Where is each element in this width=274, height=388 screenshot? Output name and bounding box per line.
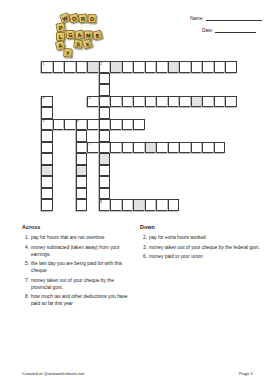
down-clue: 3.money taken out of your cheque by the … [140,245,266,252]
crossword-cell[interactable] [41,188,53,200]
clue-list-number: 7. [22,278,29,292]
crossword-cell[interactable] [191,142,203,154]
crossword-space-cell [87,61,99,73]
clue-number: 5 [43,119,45,124]
crossword-cell[interactable] [110,199,122,211]
crossword-cell[interactable] [145,61,157,73]
clue-text: how much tax and other deductions you ha… [31,294,134,308]
scrabble-tile: X [82,38,93,49]
name-label: Name: [190,16,204,21]
clue-number: 6 [77,119,79,124]
down-clues-section: Down 2.pay for extra hours worked3.money… [140,224,266,264]
crossword-cell[interactable] [191,61,203,73]
crossword-cell[interactable]: 2 [99,61,111,73]
clue-list-number: 3. [140,245,147,252]
crossword-cell[interactable] [99,107,111,119]
clue-list-number: 2. [140,235,147,242]
clue-number: 2 [100,62,102,67]
crossword-cell[interactable] [76,142,88,154]
crossword-cell[interactable] [99,142,111,154]
crossword-cell[interactable] [41,176,53,188]
across-clue-list: 1.pay for hours that are not overtime4.m… [22,235,134,308]
crossword-cell[interactable]: 6 [76,119,88,131]
footer-page-number: Page 1 [239,371,253,376]
crossword-cell[interactable] [179,61,191,73]
crossword-cell[interactable] [133,142,145,154]
crossword-cell[interactable] [76,199,88,211]
crossword-cell[interactable] [145,96,157,108]
crossword-cell[interactable] [76,188,88,200]
clue-list-number: 5. [22,261,29,275]
crossword-cell[interactable] [99,188,111,200]
crossword-cell[interactable] [41,199,53,211]
name-blank-line[interactable] [206,14,262,21]
date-label: Date: [202,28,213,33]
down-clue-list: 2.pay for extra hours worked3.money take… [140,235,266,261]
crossword-cell[interactable]: 1 [41,61,53,73]
crossword-cell[interactable] [202,61,214,73]
crossword-cell[interactable] [41,153,53,165]
crossword-cell[interactable] [76,153,88,165]
crossword-cell[interactable]: 5 [41,119,53,131]
clue-text: money taken out of your cheque by the pr… [31,278,134,292]
crossword-cell[interactable] [99,119,111,131]
crossword-cell[interactable] [225,61,237,73]
crossword-cell[interactable] [76,130,88,142]
crossword-cell[interactable] [99,176,111,188]
crossword-cell[interactable] [64,61,76,73]
clue-text: pay for extra hours worked [149,235,266,242]
date-blank-line[interactable] [215,26,256,33]
crossword-cell[interactable] [133,119,145,131]
across-clue: 4.money subtracted (taken away) from you… [22,245,134,259]
crossword-cell[interactable] [168,199,180,211]
clue-text: pay for hours that are not overtime [31,235,134,242]
crossword-cell[interactable] [122,96,134,108]
crossword-cell[interactable] [156,96,168,108]
crossword-cell[interactable] [41,142,53,154]
clue-text: money subtracted (taken away) from your … [31,245,134,259]
crossword-cell[interactable] [110,119,122,131]
footer-credit: Created at Quickworksheets.net [22,371,84,376]
crossword-cell[interactable] [41,107,53,119]
crossword-cell[interactable] [179,142,191,154]
across-clue: 1.pay for hours that are not overtime [22,235,134,242]
worksheet-page: { "game": "crossword", "position": { "ro… [0,0,274,388]
crossword-cell[interactable]: 7 [87,142,99,154]
crossword-cell[interactable] [225,96,237,108]
clue-text: money taken out of your cheque by the fe… [149,245,266,252]
scrabble-tiles-logo: WORDPLAYGAMESX [48,9,116,62]
crossword-cell[interactable] [202,142,214,154]
crossword-space-cell [168,61,180,73]
down-clue: 2.pay for extra hours worked [140,235,266,242]
crossword-cell[interactable]: 4 [87,96,99,108]
crossword-cell[interactable] [99,84,111,96]
across-header: Across [22,224,134,232]
crossword-cell[interactable] [110,142,122,154]
clue-number: 3 [43,96,45,101]
scrabble-tile: E [92,30,103,41]
down-header: Down [140,224,266,232]
crossword-cell[interactable] [122,119,134,131]
crossword-cell[interactable] [99,96,111,108]
crossword-space-cell [76,165,88,177]
crossword-cell[interactable] [133,96,145,108]
across-clue: 8.how much tax and other deductions you … [22,294,134,308]
crossword-cell[interactable] [122,61,134,73]
crossword-cell[interactable] [122,199,134,211]
clue-list-number: 6. [140,254,147,261]
crossword-cell[interactable] [110,96,122,108]
clue-number: 7 [89,142,91,147]
clue-text: the last day you are being paid for with… [31,261,134,275]
across-clue: 7.money taken out of your cheque by the … [22,278,134,292]
clue-list-number: 4. [22,245,29,259]
crossword-cell[interactable] [214,142,226,154]
crossword-cell[interactable]: 8 [99,199,111,211]
date-row: Date: [202,26,256,33]
crossword-space-cell [41,165,53,177]
crossword-cell[interactable] [64,119,76,131]
crossword-cell[interactable] [133,61,145,73]
crossword-cell[interactable] [41,130,53,142]
crossword-space-cell [133,199,145,211]
clue-list-number: 1. [22,235,29,242]
crossword-cell[interactable] [99,73,111,85]
crossword-cell[interactable]: 3 [41,96,53,108]
across-clue: 5.the last day you are being paid for wi… [22,261,134,275]
crossword-cell[interactable] [202,96,214,108]
crossword-cell[interactable] [145,199,157,211]
clue-text: money paid to your union [149,254,266,261]
clue-number: 8 [100,200,102,205]
crossword-cell[interactable] [53,61,65,73]
clue-number: 4 [89,96,91,101]
across-clues-section: Across 1.pay for hours that are not over… [22,224,134,311]
clue-list-number: 8. [22,294,29,308]
crossword-cell[interactable] [156,61,168,73]
crossword-cell[interactable] [214,96,226,108]
crossword-cell[interactable] [76,61,88,73]
crossword-cell[interactable] [156,142,168,154]
crossword-space-cell [110,61,122,73]
crossword-cell[interactable] [53,119,65,131]
name-row: Name: [190,14,262,21]
crossword-space-cell [99,153,111,165]
scrabble-tile: D [87,14,96,23]
crossword-space-cell [191,96,203,108]
scrabble-tile: Y [63,48,73,58]
crossword-cell[interactable] [99,165,111,177]
crossword-cell[interactable] [179,96,191,108]
crossword-cell[interactable] [122,142,134,154]
crossword-cell[interactable] [76,176,88,188]
crossword-cell[interactable] [156,199,168,211]
down-clue: 6.money paid to your union [140,254,266,261]
crossword-cell[interactable] [168,142,180,154]
crossword-cell[interactable] [168,96,180,108]
crossword-cell[interactable] [87,119,99,131]
crossword-cell[interactable] [214,61,226,73]
clue-number: 1 [43,62,45,67]
crossword-space-cell [145,142,157,154]
crossword-cell[interactable] [99,130,111,142]
